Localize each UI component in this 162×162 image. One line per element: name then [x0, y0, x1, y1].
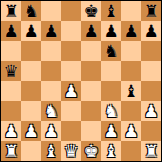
square-e4[interactable]: [81, 81, 101, 101]
square-b3[interactable]: [21, 101, 41, 121]
square-c3[interactable]: ♞: [41, 101, 61, 121]
white-bishop: ♝: [43, 141, 58, 161]
white-rook: ♜: [143, 141, 158, 161]
square-f6[interactable]: ♞: [101, 41, 121, 61]
white-pawn: ♟: [43, 121, 58, 141]
square-a4[interactable]: [1, 81, 21, 101]
square-a1[interactable]: ♜: [1, 141, 21, 161]
white-pawn: ♟: [63, 81, 78, 101]
square-h5[interactable]: [141, 61, 161, 81]
black-rook: ♜: [3, 1, 18, 21]
square-h4[interactable]: [141, 81, 161, 101]
square-b8[interactable]: ♞: [21, 1, 41, 21]
square-b7[interactable]: ♟: [21, 21, 41, 41]
white-queen: ♛: [63, 141, 78, 161]
square-d6[interactable]: [61, 41, 81, 61]
black-bishop: ♝: [103, 1, 118, 21]
square-d2[interactable]: [61, 121, 81, 141]
black-pawn: ♟: [43, 21, 58, 41]
square-c1[interactable]: ♝: [41, 141, 61, 161]
square-f2[interactable]: ♟: [101, 121, 121, 141]
square-g4[interactable]: ♝: [121, 81, 141, 101]
square-f4[interactable]: [101, 81, 121, 101]
white-pawn: ♟: [3, 121, 18, 141]
square-f5[interactable]: [101, 61, 121, 81]
black-pawn: ♟: [103, 21, 118, 41]
square-f1[interactable]: ♝: [101, 141, 121, 161]
square-f7[interactable]: ♟: [101, 21, 121, 41]
square-e5[interactable]: [81, 61, 101, 81]
square-g1[interactable]: [121, 141, 141, 161]
square-d5[interactable]: [61, 61, 81, 81]
black-knight: ♞: [23, 1, 38, 21]
square-h1[interactable]: ♜: [141, 141, 161, 161]
square-g7[interactable]: ♟: [121, 21, 141, 41]
square-c7[interactable]: ♟: [41, 21, 61, 41]
black-bishop: ♝: [123, 81, 138, 101]
square-a7[interactable]: ♟: [1, 21, 21, 41]
white-bishop: ♝: [103, 141, 118, 161]
square-b4[interactable]: [21, 81, 41, 101]
square-e1[interactable]: ♚: [81, 141, 101, 161]
square-b1[interactable]: [21, 141, 41, 161]
square-a8[interactable]: ♜: [1, 1, 21, 21]
square-e3[interactable]: [81, 101, 101, 121]
square-d8[interactable]: [61, 1, 81, 21]
square-h2[interactable]: [141, 121, 161, 141]
white-pawn: ♟: [103, 121, 118, 141]
square-f8[interactable]: ♝: [101, 1, 121, 21]
square-g2[interactable]: ♟: [121, 121, 141, 141]
white-knight: ♞: [43, 101, 58, 121]
white-knight: ♞: [103, 101, 118, 121]
square-h8[interactable]: ♜: [141, 1, 161, 21]
square-b5[interactable]: [21, 61, 41, 81]
square-c5[interactable]: [41, 61, 61, 81]
square-h3[interactable]: ♟: [141, 101, 161, 121]
square-c2[interactable]: ♟: [41, 121, 61, 141]
square-g8[interactable]: [121, 1, 141, 21]
square-e6[interactable]: [81, 41, 101, 61]
square-e2[interactable]: [81, 121, 101, 141]
square-b2[interactable]: ♟: [21, 121, 41, 141]
chess-board: ♜♞♚♝♜♟♟♟♟♟♟♟♞♛♟♝♞♞♟♟♟♟♟♟♜♝♛♚♝♜: [0, 0, 162, 162]
black-queen: ♛: [3, 61, 18, 81]
square-h6[interactable]: [141, 41, 161, 61]
square-h7[interactable]: ♟: [141, 21, 161, 41]
square-g5[interactable]: [121, 61, 141, 81]
square-c4[interactable]: [41, 81, 61, 101]
square-a6[interactable]: [1, 41, 21, 61]
square-a5[interactable]: ♛: [1, 61, 21, 81]
white-king: ♚: [83, 141, 98, 161]
square-a2[interactable]: ♟: [1, 121, 21, 141]
square-e8[interactable]: ♚: [81, 1, 101, 21]
black-king: ♚: [83, 1, 98, 21]
square-c8[interactable]: [41, 1, 61, 21]
black-pawn: ♟: [83, 21, 98, 41]
black-rook: ♜: [143, 1, 158, 21]
white-rook: ♜: [3, 141, 18, 161]
white-pawn: ♟: [143, 101, 158, 121]
square-g6[interactable]: [121, 41, 141, 61]
square-e7[interactable]: ♟: [81, 21, 101, 41]
square-c6[interactable]: [41, 41, 61, 61]
white-pawn: ♟: [23, 121, 38, 141]
square-b6[interactable]: [21, 41, 41, 61]
black-pawn: ♟: [143, 21, 158, 41]
black-pawn: ♟: [23, 21, 38, 41]
black-knight: ♞: [103, 41, 118, 61]
square-d1[interactable]: ♛: [61, 141, 81, 161]
square-a3[interactable]: [1, 101, 21, 121]
square-d7[interactable]: [61, 21, 81, 41]
square-d3[interactable]: [61, 101, 81, 121]
square-f3[interactable]: ♞: [101, 101, 121, 121]
black-pawn: ♟: [3, 21, 18, 41]
white-pawn: ♟: [123, 121, 138, 141]
square-d4[interactable]: ♟: [61, 81, 81, 101]
black-pawn: ♟: [123, 21, 138, 41]
square-g3[interactable]: [121, 101, 141, 121]
